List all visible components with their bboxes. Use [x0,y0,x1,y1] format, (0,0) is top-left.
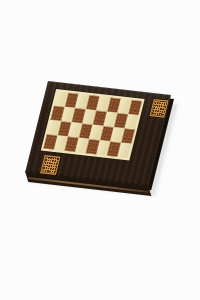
board-square [121,128,135,143]
board-square [128,100,142,115]
product-photo [0,0,200,300]
chessboard [43,91,142,158]
corner-medallion-top-right [150,99,169,118]
corner-medallion-bottom-left [40,155,60,175]
board-border [41,89,145,161]
box-top-face [25,81,171,186]
board-square [117,143,131,158]
board-square [124,114,138,129]
